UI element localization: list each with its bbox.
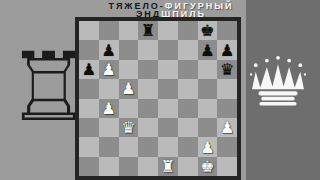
square-b3[interactable] <box>99 118 119 137</box>
square-e4[interactable] <box>158 99 178 118</box>
square-h8[interactable] <box>217 21 237 40</box>
square-h7[interactable]: ♟ <box>217 40 237 59</box>
title: ТЯЖЕЛО-ФИГУРНЫЙ ЭНДШПИЛЬ <box>21 2 320 18</box>
square-f2[interactable] <box>178 137 198 156</box>
chess-board: ♜♚♟♟♟♟♟♛♟♟♛♟♟♜♚ <box>75 17 241 180</box>
square-a4[interactable] <box>79 99 99 118</box>
square-c5[interactable]: ♟ <box>119 79 139 98</box>
square-c8[interactable] <box>119 21 139 40</box>
square-g2[interactable]: ♟ <box>198 137 218 156</box>
square-h5[interactable] <box>217 79 237 98</box>
square-a1[interactable] <box>79 157 99 176</box>
square-f3[interactable] <box>178 118 198 137</box>
square-f1[interactable] <box>178 157 198 176</box>
square-f8[interactable] <box>178 21 198 40</box>
square-h6[interactable]: ♛ <box>217 60 237 79</box>
square-c2[interactable] <box>119 137 139 156</box>
square-a2[interactable] <box>79 137 99 156</box>
decor-rook-icon: ♖ <box>6 40 86 135</box>
square-e6[interactable] <box>158 60 178 79</box>
black-pawn[interactable]: ♟ <box>82 60 96 79</box>
white-pawn[interactable]: ♟ <box>220 118 234 137</box>
black-pawn[interactable]: ♟ <box>200 41 214 60</box>
square-a7[interactable] <box>79 40 99 59</box>
square-g1[interactable]: ♚ <box>198 157 218 176</box>
square-c4[interactable] <box>119 99 139 118</box>
square-e8[interactable] <box>158 21 178 40</box>
square-e2[interactable] <box>158 137 178 156</box>
square-h2[interactable] <box>217 137 237 156</box>
square-g5[interactable] <box>198 79 218 98</box>
square-c1[interactable] <box>119 157 139 176</box>
square-b1[interactable] <box>99 157 119 176</box>
square-h4[interactable] <box>217 99 237 118</box>
square-g8[interactable]: ♚ <box>198 21 218 40</box>
square-a8[interactable] <box>79 21 99 40</box>
square-b7[interactable]: ♟ <box>99 40 119 59</box>
square-b8[interactable] <box>99 21 119 40</box>
square-e7[interactable] <box>158 40 178 59</box>
square-f6[interactable] <box>178 60 198 79</box>
square-g4[interactable] <box>198 99 218 118</box>
white-rook[interactable]: ♜ <box>161 157 175 176</box>
square-f4[interactable] <box>178 99 198 118</box>
square-d5[interactable] <box>138 79 158 98</box>
white-pawn[interactable]: ♟ <box>101 60 115 79</box>
square-c3[interactable]: ♛ <box>119 118 139 137</box>
square-e5[interactable] <box>158 79 178 98</box>
black-pawn[interactable]: ♟ <box>101 41 115 60</box>
black-pawn[interactable]: ♟ <box>220 41 234 60</box>
square-h1[interactable] <box>217 157 237 176</box>
square-g7[interactable]: ♟ <box>198 40 218 59</box>
square-d2[interactable] <box>138 137 158 156</box>
square-f5[interactable] <box>178 79 198 98</box>
square-h3[interactable]: ♟ <box>217 118 237 137</box>
square-b2[interactable] <box>99 137 119 156</box>
white-pawn[interactable]: ♟ <box>121 79 135 98</box>
decor-queen-crown-icon <box>249 55 307 107</box>
square-d3[interactable] <box>138 118 158 137</box>
square-d8[interactable]: ♜ <box>138 21 158 40</box>
chess-endgame-diagram: ТЯЖЕЛО-ФИГУРНЫЙ ЭНДШПИЛЬ ♖ ♜♚♟♟♟♟♟♛♟♟♛♟♟… <box>0 0 320 180</box>
black-queen[interactable]: ♛ <box>220 60 234 79</box>
square-e3[interactable] <box>158 118 178 137</box>
square-a6[interactable]: ♟ <box>79 60 99 79</box>
square-f7[interactable] <box>178 40 198 59</box>
square-c6[interactable] <box>119 60 139 79</box>
square-g6[interactable] <box>198 60 218 79</box>
square-b5[interactable] <box>99 79 119 98</box>
square-c7[interactable] <box>119 40 139 59</box>
square-d1[interactable] <box>138 157 158 176</box>
square-g3[interactable] <box>198 118 218 137</box>
black-king[interactable]: ♚ <box>200 21 214 40</box>
white-queen[interactable]: ♛ <box>121 118 135 137</box>
square-a3[interactable] <box>79 118 99 137</box>
square-b4[interactable]: ♟ <box>99 99 119 118</box>
board-grid: ♜♚♟♟♟♟♟♛♟♟♛♟♟♜♚ <box>79 21 237 176</box>
black-rook[interactable]: ♜ <box>141 21 155 40</box>
white-pawn[interactable]: ♟ <box>200 138 214 157</box>
square-e1[interactable]: ♜ <box>158 157 178 176</box>
white-pawn[interactable]: ♟ <box>101 99 115 118</box>
square-b6[interactable]: ♟ <box>99 60 119 79</box>
square-d6[interactable] <box>138 60 158 79</box>
white-king[interactable]: ♚ <box>200 157 214 176</box>
square-d7[interactable] <box>138 40 158 59</box>
square-a5[interactable] <box>79 79 99 98</box>
square-d4[interactable] <box>138 99 158 118</box>
